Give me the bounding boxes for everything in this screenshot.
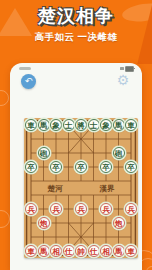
ring-decoration — [0, 210, 10, 228]
piece-black-p[interactable]: 卒 — [125, 161, 137, 173]
piece-red-c[interactable]: 炮 — [38, 217, 50, 229]
carrier-indicator-icon — [19, 67, 31, 70]
piece-black-c[interactable]: 砲 — [113, 147, 125, 159]
back-button[interactable]: ↶ — [21, 74, 36, 89]
piece-red-k[interactable]: 帥 — [75, 245, 87, 257]
piece-layer: 車馬象士將士象馬車砲砲卒卒卒卒卒兵兵兵兵兵炮炮車馬相仕帥仕相馬車 — [24, 118, 138, 258]
xiangqi-board[interactable]: 楚河 漢界 車馬象士將士象馬車砲砲卒卒卒卒卒兵兵兵兵兵炮炮車馬相仕帥仕相馬車 — [24, 118, 138, 258]
game-card: ↶ ⚙ — [10, 63, 142, 270]
page-title: 楚汉相争 — [0, 4, 152, 28]
piece-black-c[interactable]: 砲 — [38, 147, 50, 159]
page-subtitle: 高手如云 一决雌雄 — [0, 31, 152, 44]
piece-black-p[interactable]: 卒 — [50, 161, 62, 173]
settings-button[interactable]: ⚙ — [115, 72, 131, 88]
piece-red-n[interactable]: 馬 — [113, 245, 125, 257]
piece-black-p[interactable]: 卒 — [25, 161, 37, 173]
piece-red-a[interactable]: 仕 — [88, 245, 100, 257]
piece-red-p[interactable]: 兵 — [25, 203, 37, 215]
piece-red-b[interactable]: 相 — [100, 245, 112, 257]
piece-red-c[interactable]: 炮 — [113, 217, 125, 229]
piece-red-p[interactable]: 兵 — [100, 203, 112, 215]
piece-red-a[interactable]: 仕 — [63, 245, 75, 257]
piece-red-p[interactable]: 兵 — [125, 203, 137, 215]
piece-black-a[interactable]: 士 — [88, 119, 100, 131]
piece-black-r[interactable]: 車 — [25, 119, 37, 131]
piece-black-r[interactable]: 車 — [125, 119, 137, 131]
app-screen: 楚汉相争 高手如云 一决雌雄 ↶ ⚙ — [0, 0, 152, 270]
piece-black-b[interactable]: 象 — [100, 119, 112, 131]
piece-black-a[interactable]: 士 — [63, 119, 75, 131]
gear-icon: ⚙ — [117, 72, 130, 88]
battery-icon — [125, 66, 134, 72]
ring-decoration — [0, 90, 9, 106]
piece-red-n[interactable]: 馬 — [38, 245, 50, 257]
piece-black-n[interactable]: 馬 — [38, 119, 50, 131]
piece-red-r[interactable]: 車 — [25, 245, 37, 257]
piece-red-r[interactable]: 車 — [125, 245, 137, 257]
piece-black-p[interactable]: 卒 — [100, 161, 112, 173]
back-arrow-icon: ↶ — [25, 76, 33, 86]
piece-red-p[interactable]: 兵 — [50, 203, 62, 215]
piece-black-p[interactable]: 卒 — [75, 161, 87, 173]
piece-red-b[interactable]: 相 — [50, 245, 62, 257]
piece-black-n[interactable]: 馬 — [113, 119, 125, 131]
piece-red-p[interactable]: 兵 — [75, 203, 87, 215]
piece-black-k[interactable]: 將 — [75, 119, 87, 131]
piece-black-b[interactable]: 象 — [50, 119, 62, 131]
signal-icon — [120, 67, 124, 70]
